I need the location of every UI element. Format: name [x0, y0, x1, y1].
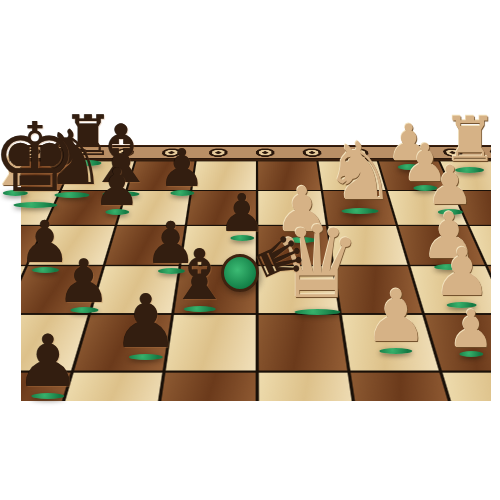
square-f6: [328, 226, 408, 265]
square-f7: [322, 191, 395, 224]
square-d6: [181, 226, 255, 265]
square-c7: [117, 191, 190, 224]
square-d5: [174, 266, 255, 312]
square-g8: [379, 161, 451, 190]
square-g5: [410, 266, 491, 312]
square-c4: [73, 314, 170, 370]
square-e6: [257, 226, 331, 265]
chessboard-grid: [21, 160, 491, 401]
square-b8: [62, 161, 134, 190]
square-e5: [257, 266, 338, 312]
square-e3: [258, 373, 357, 401]
square-d7: [187, 191, 255, 224]
square-c8: [127, 161, 194, 190]
square-b7: [46, 191, 124, 224]
product-photo-chess-set: Overhead-angle photograph of a wooden ch…: [0, 0, 500, 500]
photo-alt-text: Overhead-angle photograph of a wooden ch…: [0, 0, 1, 1]
square-g3: [442, 373, 491, 401]
square-d8: [192, 161, 255, 190]
square-e8: [257, 161, 320, 190]
square-d4: [165, 314, 254, 370]
square-c6: [105, 226, 185, 265]
square-b5: [21, 266, 102, 312]
square-f4: [341, 314, 438, 370]
photo-crop-area: [21, 88, 491, 401]
square-f8: [318, 161, 385, 190]
decorative-border-motifs: [21, 146, 491, 160]
square-c5: [91, 266, 179, 312]
square-f5: [334, 266, 422, 312]
chessboard-frame: [21, 145, 491, 401]
square-b3: [21, 373, 70, 401]
square-g7: [388, 191, 466, 224]
square-e4: [257, 314, 346, 370]
square-e7: [257, 191, 325, 224]
square-d3: [155, 373, 254, 401]
